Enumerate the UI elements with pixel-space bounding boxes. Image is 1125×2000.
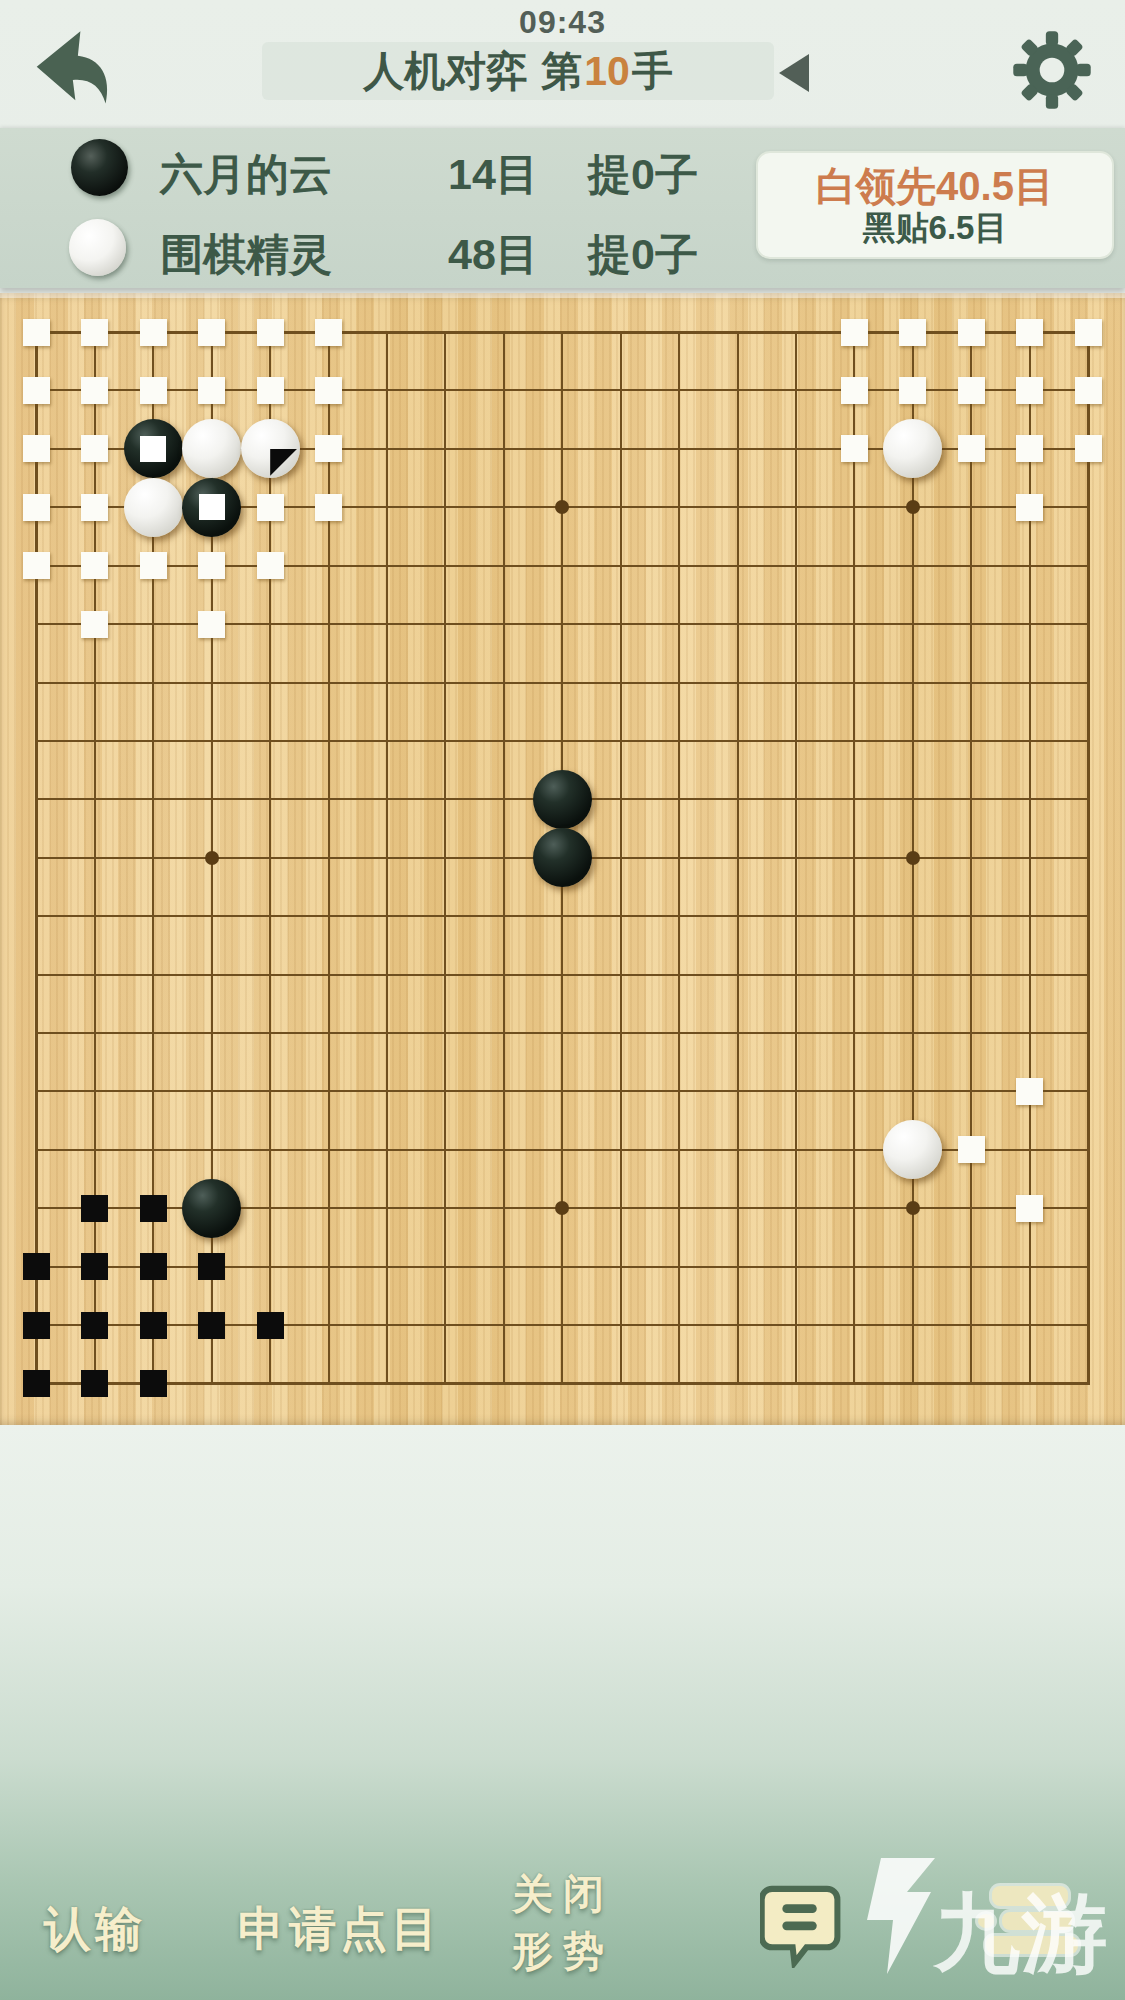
resign-button[interactable]: 认输: [44, 1898, 146, 1961]
white-territory-mark: [1075, 435, 1102, 462]
white-territory-mark: [257, 377, 284, 404]
white-territory-mark: [81, 377, 108, 404]
white-territory-mark: [23, 552, 50, 579]
black-territory-mark: [23, 1253, 50, 1280]
black-territory-mark: [198, 1312, 225, 1339]
last-move-mark: [270, 449, 297, 476]
star-point: [555, 500, 569, 514]
white-territory-mark: [198, 611, 225, 638]
toggle-analysis-button[interactable]: 关闭 形势: [512, 1866, 614, 1979]
white-territory-mark: [81, 552, 108, 579]
white-territory-mark: [315, 435, 342, 462]
white-territory-mark: [315, 377, 342, 404]
white-territory-mark: [1016, 435, 1043, 462]
white-territory-mark: [958, 377, 985, 404]
white-territory-mark: [841, 435, 868, 462]
status-bar-clock: 09:43: [0, 4, 1125, 41]
white-territory-mark: [140, 377, 167, 404]
chat-icon[interactable]: [760, 1882, 846, 1968]
white-player-name: 围棋精灵: [160, 226, 460, 284]
white-territory-mark: [1016, 1078, 1043, 1105]
white-territory-mark: [315, 494, 342, 521]
grid-line-v: [795, 331, 797, 1386]
grid-line-h: [35, 1090, 1090, 1092]
grid-line-h: [35, 1324, 1090, 1326]
grid-line-v: [620, 331, 622, 1386]
black-stone: [124, 419, 183, 478]
white-territory-mark: [140, 319, 167, 346]
black-stone: [182, 1179, 241, 1238]
black-territory-mark: [140, 1253, 167, 1280]
request-count-button[interactable]: 申请点目: [238, 1898, 442, 1961]
white-territory-mark: [899, 377, 926, 404]
white-stone: [182, 419, 241, 478]
nav-title: 人机对弈 第10手: [262, 42, 774, 100]
star-point: [906, 1201, 920, 1215]
black-territory-mark: [23, 1370, 50, 1397]
black-stone: [533, 828, 592, 887]
black-stone: [182, 478, 241, 537]
star-point: [555, 1201, 569, 1215]
grid-line-v: [970, 331, 972, 1386]
move-counter: 第10手: [541, 44, 673, 99]
grid-line-v: [737, 331, 739, 1386]
white-territory-mark: [23, 435, 50, 462]
black-territory-mark: [81, 1195, 108, 1222]
black-territory-mark: [23, 1312, 50, 1339]
grid-line-v: [1087, 331, 1090, 1386]
white-stone: [883, 419, 942, 478]
white-territory-mark: [841, 319, 868, 346]
go-board[interactable]: [0, 293, 1125, 1425]
previous-move-icon[interactable]: [779, 54, 809, 92]
white-territory-mark: [198, 319, 225, 346]
white-captures-count: 提0子: [588, 226, 768, 284]
white-territory-mark: [81, 435, 108, 462]
grid-line-v: [853, 331, 855, 1386]
black-territory-mark: [81, 1312, 108, 1339]
white-territory-mark: [198, 377, 225, 404]
white-territory-mark: [81, 611, 108, 638]
white-territory-mark: [23, 494, 50, 521]
white-stone: [241, 419, 300, 478]
white-player-stone-icon: [69, 219, 126, 276]
black-captures-count: 提0子: [588, 146, 768, 204]
dead-stone-mark: [140, 436, 166, 462]
star-point: [906, 500, 920, 514]
white-territory-mark: [257, 552, 284, 579]
black-territory-mark: [198, 1253, 225, 1280]
black-territory-mark: [140, 1312, 167, 1339]
settings-gear-icon[interactable]: [1008, 26, 1096, 114]
grid-line-h: [35, 1032, 1090, 1034]
white-territory-mark: [81, 494, 108, 521]
white-territory-mark: [958, 319, 985, 346]
komi-text: 黑贴6.5目: [863, 209, 1008, 247]
white-territory-mark: [899, 319, 926, 346]
white-territory-mark: [257, 494, 284, 521]
white-territory-mark: [1016, 319, 1043, 346]
score-lead-text: 白领先40.5目: [816, 163, 1054, 209]
white-territory-mark: [140, 552, 167, 579]
black-territory-mark: [140, 1370, 167, 1397]
white-territory-mark: [1016, 1195, 1043, 1222]
white-stone: [124, 478, 183, 537]
black-territory-mark: [257, 1312, 284, 1339]
grid-line-h: [35, 1382, 1090, 1385]
black-player-stone-icon: [71, 139, 128, 196]
grid-line-v: [678, 331, 680, 1386]
black-territory-mark: [81, 1253, 108, 1280]
white-territory-mark: [1016, 494, 1043, 521]
grid-line-v: [1029, 331, 1031, 1386]
star-point: [205, 851, 219, 865]
black-stone: [533, 770, 592, 829]
score-estimate-badge: 白领先40.5目 黑贴6.5目: [756, 151, 1114, 259]
white-territory-mark: [841, 377, 868, 404]
black-territory-count: 14目: [448, 146, 608, 204]
white-territory-mark: [315, 319, 342, 346]
white-territory-mark: [958, 1136, 985, 1163]
player-info-panel: 六月的云 14目 提0子 围棋精灵 48目 提0子 白领先40.5目 黑贴6.5…: [0, 128, 1125, 288]
grid-line-h: [35, 1266, 1090, 1268]
white-territory-count: 48目: [448, 226, 608, 284]
star-point: [906, 851, 920, 865]
white-territory-mark: [1075, 377, 1102, 404]
move-number: 10: [582, 48, 632, 95]
black-player-name: 六月的云: [160, 146, 460, 204]
white-territory-mark: [81, 319, 108, 346]
game-mode-label: 人机对弈: [363, 44, 527, 99]
white-territory-mark: [23, 377, 50, 404]
white-territory-mark: [1075, 319, 1102, 346]
white-territory-mark: [958, 435, 985, 462]
white-stone: [883, 1120, 942, 1179]
dead-stone-mark: [199, 494, 225, 520]
grid-line-h: [35, 974, 1090, 976]
black-territory-mark: [140, 1195, 167, 1222]
white-territory-mark: [23, 319, 50, 346]
black-territory-mark: [81, 1370, 108, 1397]
white-territory-mark: [198, 552, 225, 579]
back-button[interactable]: [24, 28, 120, 112]
white-territory-mark: [257, 319, 284, 346]
grid-line-h: [35, 915, 1090, 917]
white-territory-mark: [1016, 377, 1043, 404]
app-screen: 09:43 人机对弈 第10手 六月的云 14目: [0, 0, 1125, 2000]
